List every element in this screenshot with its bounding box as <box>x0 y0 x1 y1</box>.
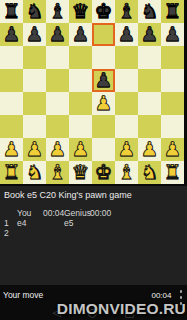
row-2-black-move <box>64 228 90 238</box>
square-a3[interactable] <box>0 115 23 138</box>
square-d8[interactable]: ♛ <box>69 0 92 23</box>
square-e8[interactable]: ♚ <box>92 0 115 23</box>
piece-black-pawn: ♟ <box>3 23 21 46</box>
piece-white-pawn: ♟ <box>72 138 90 161</box>
opening-book-line: Book e5 C20 King's pawn game <box>0 186 187 201</box>
square-h6[interactable] <box>161 46 184 69</box>
piece-white-pawn: ♟ <box>164 138 182 161</box>
square-d3[interactable] <box>69 115 92 138</box>
piece-white-pawn: ♟ <box>3 138 21 161</box>
square-b8[interactable]: ♞ <box>23 0 46 23</box>
square-c3[interactable] <box>46 115 69 138</box>
square-a5[interactable] <box>0 69 23 92</box>
square-a6[interactable] <box>0 46 23 69</box>
square-g6[interactable] <box>138 46 161 69</box>
square-b5[interactable] <box>23 69 46 92</box>
piece-black-pawn: ♟ <box>72 23 90 46</box>
square-a8[interactable]: ♜ <box>0 0 23 23</box>
piece-white-pawn: ♟ <box>95 92 113 115</box>
square-h1[interactable]: ♜ <box>161 161 184 184</box>
piece-white-bishop: ♝ <box>118 161 136 184</box>
square-h4[interactable] <box>161 92 184 115</box>
app-screen: ♜♞♝♛♚♝♞♜♟♟♟♟♟♟♟♟♟♟♟♟♟♟♟♟♜♞♝♛♚♝♞♜ Book e5… <box>0 0 187 320</box>
piece-black-pawn: ♟ <box>26 23 44 46</box>
piece-black-pawn: ♟ <box>118 23 136 46</box>
watermark: DIMONVIDEO.RU <box>57 300 186 318</box>
square-f3[interactable] <box>115 115 138 138</box>
square-f4[interactable] <box>115 92 138 115</box>
square-b4[interactable] <box>23 92 46 115</box>
move-table-header-white-name: You <box>17 208 43 218</box>
move-table-header-black-clock: 00:00 <box>90 208 120 218</box>
square-b3[interactable] <box>23 115 46 138</box>
row-1-white-move: e4 <box>17 218 43 228</box>
piece-black-rook: ♜ <box>3 0 21 23</box>
square-b1[interactable]: ♞ <box>23 161 46 184</box>
square-c8[interactable]: ♝ <box>46 0 69 23</box>
square-a2[interactable]: ♟ <box>0 138 23 161</box>
piece-black-bishop: ♝ <box>118 0 136 23</box>
square-e7[interactable] <box>92 23 115 46</box>
piece-black-knight: ♞ <box>141 0 159 23</box>
square-e6[interactable] <box>92 46 115 69</box>
piece-black-bishop: ♝ <box>49 0 67 23</box>
square-f2[interactable]: ♟ <box>115 138 138 161</box>
chess-board: ♜♞♝♛♚♝♞♜♟♟♟♟♟♟♟♟♟♟♟♟♟♟♟♟♜♞♝♛♚♝♞♜ <box>0 0 184 184</box>
square-a1[interactable]: ♜ <box>0 161 23 184</box>
square-d4[interactable] <box>69 92 92 115</box>
square-f8[interactable]: ♝ <box>115 0 138 23</box>
piece-white-bishop: ♝ <box>49 161 67 184</box>
move-table-header-black-name: Genius <box>64 208 90 218</box>
piece-black-pawn: ♟ <box>95 69 113 92</box>
piece-black-pawn: ♟ <box>164 23 182 46</box>
square-a7[interactable]: ♟ <box>0 23 23 46</box>
row-1-white-move-clock <box>43 218 64 228</box>
row-1-move-number: 1 <box>4 218 17 228</box>
piece-white-pawn: ♟ <box>141 138 159 161</box>
square-g3[interactable] <box>138 115 161 138</box>
status-text: Your move <box>3 290 43 300</box>
piece-white-king: ♚ <box>95 161 113 184</box>
square-d5[interactable] <box>69 69 92 92</box>
piece-white-rook: ♜ <box>3 161 21 184</box>
piece-white-pawn: ♟ <box>26 138 44 161</box>
row-1-black-move-clock <box>90 218 120 228</box>
piece-black-king: ♚ <box>95 0 113 23</box>
square-e1[interactable]: ♚ <box>92 161 115 184</box>
piece-white-rook: ♜ <box>164 161 182 184</box>
square-g8[interactable]: ♞ <box>138 0 161 23</box>
square-a4[interactable] <box>0 92 23 115</box>
square-f1[interactable]: ♝ <box>115 161 138 184</box>
square-f7[interactable]: ♟ <box>115 23 138 46</box>
piece-white-knight: ♞ <box>26 161 44 184</box>
piece-black-pawn: ♟ <box>49 23 67 46</box>
square-g1[interactable]: ♞ <box>138 161 161 184</box>
square-e3[interactable] <box>92 115 115 138</box>
square-d1[interactable]: ♛ <box>69 161 92 184</box>
move-table-header-number <box>4 208 17 218</box>
square-c1[interactable]: ♝ <box>46 161 69 184</box>
square-c2[interactable]: ♟ <box>46 138 69 161</box>
piece-black-knight: ♞ <box>26 0 44 23</box>
square-e2[interactable] <box>92 138 115 161</box>
square-c7[interactable]: ♟ <box>46 23 69 46</box>
row-2-black-move-clock <box>90 228 120 238</box>
piece-white-pawn: ♟ <box>118 138 136 161</box>
square-b2[interactable]: ♟ <box>23 138 46 161</box>
square-g4[interactable] <box>138 92 161 115</box>
square-d2[interactable]: ♟ <box>69 138 92 161</box>
piece-black-rook: ♜ <box>164 0 182 23</box>
square-b6[interactable] <box>23 46 46 69</box>
piece-black-pawn: ♟ <box>141 23 159 46</box>
move-table-header-white-clock: 00:04 <box>43 208 64 218</box>
square-e5[interactable]: ♟ <box>92 69 115 92</box>
square-e4[interactable]: ♟ <box>92 92 115 115</box>
square-h2[interactable]: ♟ <box>161 138 184 161</box>
square-c4[interactable] <box>46 92 69 115</box>
square-h7[interactable]: ♟ <box>161 23 184 46</box>
row-1-black-move: e5 <box>64 218 90 228</box>
square-g5[interactable] <box>138 69 161 92</box>
piece-white-knight: ♞ <box>141 161 159 184</box>
row-2-move-number: 2 <box>4 228 17 238</box>
piece-black-queen: ♛ <box>72 0 90 23</box>
square-d6[interactable] <box>69 46 92 69</box>
square-h5[interactable] <box>161 69 184 92</box>
info-panel: Book e5 C20 King's pawn game You 00:04 G… <box>0 186 187 285</box>
piece-white-queen: ♛ <box>72 161 90 184</box>
row-2-white-move <box>17 228 43 238</box>
square-h3[interactable] <box>161 115 184 138</box>
square-d7[interactable]: ♟ <box>69 23 92 46</box>
square-f6[interactable] <box>115 46 138 69</box>
square-g2[interactable]: ♟ <box>138 138 161 161</box>
square-c6[interactable] <box>46 46 69 69</box>
square-g7[interactable]: ♟ <box>138 23 161 46</box>
square-f5[interactable] <box>115 69 138 92</box>
piece-white-pawn: ♟ <box>49 138 67 161</box>
square-c5[interactable] <box>46 69 69 92</box>
square-h8[interactable]: ♜ <box>161 0 184 23</box>
row-2-white-move-clock <box>43 228 64 238</box>
move-list[interactable]: You 00:04 Genius 00:00 1e4e52 <box>0 208 187 238</box>
chess-board-area: ♜♞♝♛♚♝♞♜♟♟♟♟♟♟♟♟♟♟♟♟♟♟♟♟♜♞♝♛♚♝♞♜ <box>0 0 187 186</box>
square-b7[interactable]: ♟ <box>23 23 46 46</box>
